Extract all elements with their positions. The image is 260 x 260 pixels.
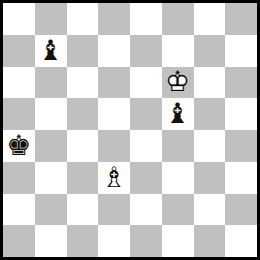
square-e6[interactable] <box>130 67 162 99</box>
square-c5[interactable] <box>67 98 99 130</box>
square-e7[interactable] <box>130 35 162 67</box>
square-e5[interactable] <box>130 98 162 130</box>
square-a2[interactable] <box>3 194 35 226</box>
square-f2[interactable] <box>162 194 194 226</box>
square-c8[interactable] <box>67 3 99 35</box>
square-a7[interactable] <box>3 35 35 67</box>
square-e2[interactable] <box>130 194 162 226</box>
square-g5[interactable] <box>194 98 226 130</box>
piece-black-bishop[interactable]: ♝ <box>165 100 190 128</box>
square-d3[interactable]: ♝♗ <box>98 162 130 194</box>
square-g1[interactable] <box>194 225 226 257</box>
piece-black-king[interactable]: ♚ <box>6 132 31 160</box>
square-b2[interactable] <box>35 194 67 226</box>
square-g6[interactable] <box>194 67 226 99</box>
square-f4[interactable] <box>162 130 194 162</box>
square-h7[interactable] <box>225 35 257 67</box>
square-d5[interactable] <box>98 98 130 130</box>
square-g4[interactable] <box>194 130 226 162</box>
square-c7[interactable] <box>67 35 99 67</box>
square-b6[interactable] <box>35 67 67 99</box>
square-e8[interactable] <box>130 3 162 35</box>
square-f6[interactable]: ♚♔ <box>162 67 194 99</box>
square-d4[interactable] <box>98 130 130 162</box>
square-f8[interactable] <box>162 3 194 35</box>
square-c3[interactable] <box>67 162 99 194</box>
square-h8[interactable] <box>225 3 257 35</box>
square-d6[interactable] <box>98 67 130 99</box>
square-h3[interactable] <box>225 162 257 194</box>
square-d8[interactable] <box>98 3 130 35</box>
square-h4[interactable] <box>225 130 257 162</box>
square-g8[interactable] <box>194 3 226 35</box>
square-f7[interactable] <box>162 35 194 67</box>
square-e4[interactable] <box>130 130 162 162</box>
square-a4[interactable]: ♚ <box>3 130 35 162</box>
square-b3[interactable] <box>35 162 67 194</box>
square-c6[interactable] <box>67 67 99 99</box>
square-c2[interactable] <box>67 194 99 226</box>
square-e1[interactable] <box>130 225 162 257</box>
square-a5[interactable] <box>3 98 35 130</box>
square-g3[interactable] <box>194 162 226 194</box>
chess-board: ♝♚♔♝♚♝♗ <box>3 3 257 257</box>
square-f1[interactable] <box>162 225 194 257</box>
square-b7[interactable]: ♝ <box>35 35 67 67</box>
square-b8[interactable] <box>35 3 67 35</box>
white-king-outline-glyph: ♔ <box>165 67 190 99</box>
square-a1[interactable] <box>3 225 35 257</box>
square-a8[interactable] <box>3 3 35 35</box>
square-c1[interactable] <box>67 225 99 257</box>
square-d7[interactable] <box>98 35 130 67</box>
square-c4[interactable] <box>67 130 99 162</box>
square-h5[interactable] <box>225 98 257 130</box>
white-bishop-outline-glyph: ♗ <box>102 162 127 194</box>
piece-white-bishop[interactable]: ♝♗ <box>102 164 127 192</box>
square-d2[interactable] <box>98 194 130 226</box>
square-b1[interactable] <box>35 225 67 257</box>
square-a3[interactable] <box>3 162 35 194</box>
square-b5[interactable] <box>35 98 67 130</box>
square-e3[interactable] <box>130 162 162 194</box>
square-d1[interactable] <box>98 225 130 257</box>
square-g2[interactable] <box>194 194 226 226</box>
square-g7[interactable] <box>194 35 226 67</box>
square-f5[interactable]: ♝ <box>162 98 194 130</box>
chess-board-frame: ♝♚♔♝♚♝♗ <box>0 0 260 260</box>
square-h6[interactable] <box>225 67 257 99</box>
square-h2[interactable] <box>225 194 257 226</box>
piece-white-king[interactable]: ♚♔ <box>165 68 190 96</box>
square-b4[interactable] <box>35 130 67 162</box>
square-h1[interactable] <box>225 225 257 257</box>
piece-black-bishop[interactable]: ♝ <box>38 37 63 65</box>
square-f3[interactable] <box>162 162 194 194</box>
square-a6[interactable] <box>3 67 35 99</box>
